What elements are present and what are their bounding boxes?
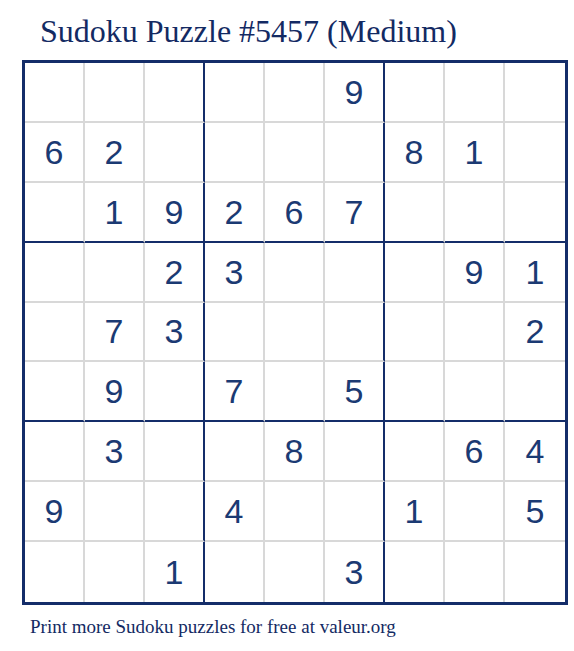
cell-r3c5: 6	[265, 183, 325, 243]
cell-r7c7	[385, 422, 445, 482]
cell-r9c9	[505, 542, 565, 602]
cell-r5c1	[25, 303, 85, 363]
cell-r8c5	[265, 482, 325, 542]
cell-r8c8	[445, 482, 505, 542]
cell-r5c4	[205, 303, 265, 363]
cell-r7c9: 4	[505, 422, 565, 482]
cell-r3c8	[445, 183, 505, 243]
cell-r4c1	[25, 243, 85, 303]
cell-r2c5	[265, 123, 325, 183]
cell-r2c1: 6	[25, 123, 85, 183]
cell-r1c4	[205, 63, 265, 123]
cell-r1c8	[445, 63, 505, 123]
cell-r6c3	[145, 362, 205, 422]
cell-r5c6	[325, 303, 385, 363]
cell-r2c3	[145, 123, 205, 183]
cell-r9c2	[85, 542, 145, 602]
cell-r1c9	[505, 63, 565, 123]
cell-r2c8: 1	[445, 123, 505, 183]
cell-r8c1: 9	[25, 482, 85, 542]
cell-r1c3	[145, 63, 205, 123]
cell-r9c5	[265, 542, 325, 602]
cell-r6c5	[265, 362, 325, 422]
cell-r2c7: 8	[385, 123, 445, 183]
cell-r3c6: 7	[325, 183, 385, 243]
cell-r5c8	[445, 303, 505, 363]
cell-r4c5	[265, 243, 325, 303]
page-title: Sudoku Puzzle #5457 (Medium)	[40, 13, 457, 50]
cell-r3c3: 9	[145, 183, 205, 243]
cell-r1c1	[25, 63, 85, 123]
cell-r4c2	[85, 243, 145, 303]
cell-r3c1	[25, 183, 85, 243]
cell-r6c9	[505, 362, 565, 422]
cell-r8c4: 4	[205, 482, 265, 542]
cell-r2c4	[205, 123, 265, 183]
cell-r6c4: 7	[205, 362, 265, 422]
cell-r1c5	[265, 63, 325, 123]
cell-r9c4	[205, 542, 265, 602]
cell-r4c3: 2	[145, 243, 205, 303]
cell-r4c6	[325, 243, 385, 303]
cell-r1c2	[85, 63, 145, 123]
cell-r5c7	[385, 303, 445, 363]
cell-r3c7	[385, 183, 445, 243]
cell-r9c6: 3	[325, 542, 385, 602]
cell-r7c4	[205, 422, 265, 482]
cell-r2c9	[505, 123, 565, 183]
cell-r6c1	[25, 362, 85, 422]
cell-r7c5: 8	[265, 422, 325, 482]
cell-r1c6: 9	[325, 63, 385, 123]
cell-r3c4: 2	[205, 183, 265, 243]
cell-r9c1	[25, 542, 85, 602]
cell-r7c2: 3	[85, 422, 145, 482]
cell-r3c9	[505, 183, 565, 243]
cell-r4c7	[385, 243, 445, 303]
cell-r2c6	[325, 123, 385, 183]
cell-r5c9: 2	[505, 303, 565, 363]
footer-text: Print more Sudoku puzzles for free at va…	[30, 616, 396, 638]
cell-r8c9: 5	[505, 482, 565, 542]
cell-r2c2: 2	[85, 123, 145, 183]
cell-r6c6: 5	[325, 362, 385, 422]
cell-r9c3: 1	[145, 542, 205, 602]
cell-r4c8: 9	[445, 243, 505, 303]
cell-r3c2: 1	[85, 183, 145, 243]
cell-r9c8	[445, 542, 505, 602]
cell-r9c7	[385, 542, 445, 602]
cell-r8c6	[325, 482, 385, 542]
cell-r4c4: 3	[205, 243, 265, 303]
cell-r6c8	[445, 362, 505, 422]
cell-r7c6	[325, 422, 385, 482]
cell-r5c5	[265, 303, 325, 363]
cell-r7c1	[25, 422, 85, 482]
cell-r5c2: 7	[85, 303, 145, 363]
cell-r7c3	[145, 422, 205, 482]
cell-r8c7: 1	[385, 482, 445, 542]
cell-r5c3: 3	[145, 303, 205, 363]
cell-r7c8: 6	[445, 422, 505, 482]
sudoku-grid: 962811926723917329753864941513	[22, 60, 568, 605]
cell-r6c2: 9	[85, 362, 145, 422]
cell-r1c7	[385, 63, 445, 123]
cell-r8c2	[85, 482, 145, 542]
cell-r4c9: 1	[505, 243, 565, 303]
cell-r8c3	[145, 482, 205, 542]
cell-r6c7	[385, 362, 445, 422]
